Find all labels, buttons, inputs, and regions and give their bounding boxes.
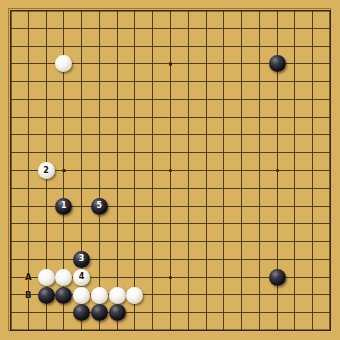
move-number: 5 [91,198,108,215]
white-stone: 4 [73,269,90,286]
board-mark-b[interactable]: B [25,291,31,300]
black-stone [269,55,286,72]
star-point [169,276,172,279]
white-stone [109,287,126,304]
go-board-screenshot: 21534AB [0,0,340,340]
star-point [276,169,279,172]
white-stone [73,287,90,304]
move-number: 2 [38,162,55,179]
go-board[interactable]: 21534AB [2,2,340,340]
white-stone [38,269,55,286]
board-mark-a[interactable]: A [25,273,32,282]
white-stone [55,269,72,286]
black-stone [55,287,72,304]
move-number: 4 [73,269,90,286]
white-stone [55,55,72,72]
black-stone [38,287,55,304]
black-stone: 5 [91,198,108,215]
star-point [169,169,172,172]
white-stone [126,287,143,304]
black-stone: 3 [73,251,90,268]
star-point [169,62,172,65]
black-stone [269,269,286,286]
star-point [62,169,65,172]
white-stone [91,287,108,304]
move-number: 1 [55,198,72,215]
black-stone [91,304,108,321]
black-stone [109,304,126,321]
move-number: 3 [73,251,90,268]
black-stone [73,304,90,321]
white-stone: 2 [38,162,55,179]
black-stone: 1 [55,198,72,215]
